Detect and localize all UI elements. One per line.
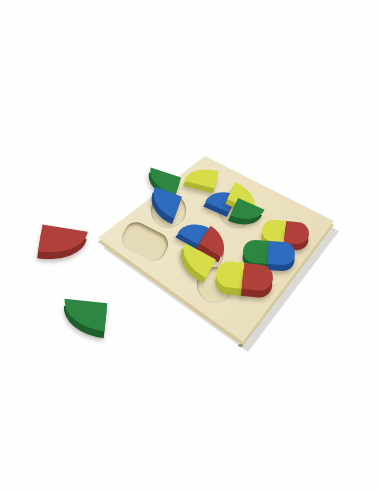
- piece-yellow-quarter-pair-yellow-red-top-left[interactable]: [261, 219, 288, 243]
- recess-layer: [0, 0, 381, 492]
- piece-green-quarter-pie-topright[interactable]: [230, 198, 264, 227]
- piece-red-quarter-pair-yellow-red-top-right[interactable]: [283, 221, 310, 245]
- piece-yellow-quarter-pair-yellow-red-bottom-left[interactable]: [215, 260, 247, 289]
- piece-yellow-quarter-pie-topright[interactable]: [227, 182, 261, 211]
- piece-yellow-quarter-pie-center[interactable]: [175, 243, 216, 278]
- board-edge: [0, 4, 381, 492]
- piece-green-quarter-offboard-bottom[interactable]: [62, 299, 108, 331]
- piece-red-quarter-pair-yellow-red-bottom-right[interactable]: [242, 263, 274, 292]
- scene: [0, 0, 381, 492]
- piece-red-quarter-pie-center[interactable]: [199, 226, 232, 258]
- recess-tray-rounded-rect: [118, 218, 172, 265]
- piece-pair-pair-green-blue-middle[interactable]: [242, 239, 295, 266]
- piece-green-quarter-pair-green-blue-middle-left[interactable]: [242, 239, 271, 264]
- board-drop-shadow: [5, 10, 381, 492]
- piece-green-quarter-top-corner[interactable]: [145, 168, 181, 196]
- piece-pair-pair-yellow-red-bottom[interactable]: [215, 260, 274, 292]
- board: [0, 0, 381, 492]
- piece-blue-quarter-pair-green-blue-middle-right[interactable]: [267, 241, 296, 266]
- piece-blue-quarter-pie-topright[interactable]: [205, 185, 236, 213]
- piece-pair-pair-yellow-red-top[interactable]: [261, 219, 310, 246]
- recess-circle-center: [185, 233, 224, 272]
- recess-circle-top-right: [219, 192, 255, 228]
- piece-layer: [0, 0, 381, 492]
- piece-yellow-quarter-top-corner[interactable]: [184, 164, 218, 189]
- shadow-speck: [238, 344, 243, 347]
- recess-circle-bottom: [197, 267, 233, 303]
- recess-circle-top-left: [151, 193, 186, 228]
- piece-blue-quarter-top-left[interactable]: [147, 187, 182, 219]
- piece-red-quarter-offboard-left[interactable]: [38, 225, 88, 259]
- piece-blue-quarter-pie-center[interactable]: [178, 216, 211, 247]
